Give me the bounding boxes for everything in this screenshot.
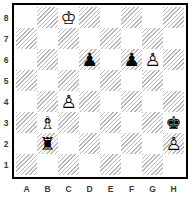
square-b5[interactable] — [37, 70, 58, 91]
square-f8[interactable] — [121, 7, 142, 28]
square-e2[interactable] — [100, 133, 121, 154]
square-c6[interactable] — [58, 49, 79, 70]
square-f4[interactable] — [121, 91, 142, 112]
piece-glyph: ♟ — [121, 49, 142, 70]
square-e6[interactable] — [100, 49, 121, 70]
piece-black-pawn-f6[interactable]: ♟ — [121, 49, 142, 70]
square-h7[interactable] — [163, 28, 184, 49]
file-label-g: G — [142, 182, 163, 196]
piece-black-king-h3[interactable]: ♚ — [163, 112, 184, 133]
square-f7[interactable] — [121, 28, 142, 49]
piece-glyph: ♙ — [163, 133, 184, 154]
piece-glyph: ♚ — [163, 112, 184, 133]
square-b6[interactable] — [37, 49, 58, 70]
file-label-d: D — [79, 182, 100, 196]
square-d2[interactable] — [79, 133, 100, 154]
square-b2[interactable]: ♜ — [37, 133, 58, 154]
square-d8[interactable] — [79, 7, 100, 28]
rank-label-6: 6 — [0, 49, 12, 70]
square-e4[interactable] — [100, 91, 121, 112]
square-e1[interactable] — [100, 154, 121, 175]
piece-glyph: ♔ — [58, 7, 79, 28]
square-a5[interactable] — [16, 70, 37, 91]
piece-white-bishop-b3[interactable]: ♝♗ — [37, 112, 58, 133]
square-d4[interactable] — [79, 91, 100, 112]
square-a2[interactable] — [16, 133, 37, 154]
square-b8[interactable] — [37, 7, 58, 28]
file-label-h: H — [163, 182, 184, 196]
square-c1[interactable] — [58, 154, 79, 175]
square-h3[interactable]: ♚ — [163, 112, 184, 133]
chess-diagram: 87654321 ♚♔♟♟♟♙♟♙♝♗♚♜♟♙ ABCDEFGH — [0, 0, 196, 200]
square-c8[interactable]: ♚♔ — [58, 7, 79, 28]
piece-white-pawn-h2[interactable]: ♟♙ — [163, 133, 184, 154]
rank-label-8: 8 — [0, 7, 12, 28]
piece-white-pawn-g6[interactable]: ♟♙ — [142, 49, 163, 70]
chess-board: ♚♔♟♟♟♙♟♙♝♗♚♜♟♙ — [16, 7, 184, 175]
rank-label-3: 3 — [0, 112, 12, 133]
square-g4[interactable] — [142, 91, 163, 112]
rank-label-1: 1 — [0, 154, 12, 175]
piece-glyph: ♜ — [37, 133, 58, 154]
square-g2[interactable] — [142, 133, 163, 154]
square-e5[interactable] — [100, 70, 121, 91]
square-c7[interactable] — [58, 28, 79, 49]
piece-black-pawn-d6[interactable]: ♟ — [79, 49, 100, 70]
square-g1[interactable] — [142, 154, 163, 175]
square-c2[interactable] — [58, 133, 79, 154]
square-a4[interactable] — [16, 91, 37, 112]
square-f3[interactable] — [121, 112, 142, 133]
file-label-e: E — [100, 182, 121, 196]
square-a8[interactable] — [16, 7, 37, 28]
rank-label-2: 2 — [0, 133, 12, 154]
square-h5[interactable] — [163, 70, 184, 91]
square-g5[interactable] — [142, 70, 163, 91]
piece-glyph: ♙ — [58, 91, 79, 112]
board-frame: ♚♔♟♟♟♙♟♙♝♗♚♜♟♙ — [12, 3, 188, 179]
square-g8[interactable] — [142, 7, 163, 28]
piece-black-rook-b2[interactable]: ♜ — [37, 133, 58, 154]
square-f2[interactable] — [121, 133, 142, 154]
square-f5[interactable] — [121, 70, 142, 91]
square-h2[interactable]: ♟♙ — [163, 133, 184, 154]
square-h1[interactable] — [163, 154, 184, 175]
rank-labels: 87654321 — [0, 7, 12, 175]
square-f1[interactable] — [121, 154, 142, 175]
rank-label-7: 7 — [0, 28, 12, 49]
square-c3[interactable] — [58, 112, 79, 133]
square-a1[interactable] — [16, 154, 37, 175]
square-b4[interactable] — [37, 91, 58, 112]
square-d1[interactable] — [79, 154, 100, 175]
square-h6[interactable] — [163, 49, 184, 70]
square-g7[interactable] — [142, 28, 163, 49]
square-h4[interactable] — [163, 91, 184, 112]
square-g6[interactable]: ♟♙ — [142, 49, 163, 70]
square-h8[interactable] — [163, 7, 184, 28]
piece-glyph: ♟ — [79, 49, 100, 70]
square-b7[interactable] — [37, 28, 58, 49]
square-e8[interactable] — [100, 7, 121, 28]
square-a3[interactable] — [16, 112, 37, 133]
file-label-a: A — [16, 182, 37, 196]
file-labels: ABCDEFGH — [16, 182, 184, 196]
square-e7[interactable] — [100, 28, 121, 49]
square-d6[interactable]: ♟ — [79, 49, 100, 70]
rank-label-5: 5 — [0, 70, 12, 91]
file-label-c: C — [58, 182, 79, 196]
square-d5[interactable] — [79, 70, 100, 91]
square-d3[interactable] — [79, 112, 100, 133]
square-c5[interactable] — [58, 70, 79, 91]
rank-label-4: 4 — [0, 91, 12, 112]
piece-white-pawn-c4[interactable]: ♟♙ — [58, 91, 79, 112]
file-label-b: B — [37, 182, 58, 196]
square-b3[interactable]: ♝♗ — [37, 112, 58, 133]
piece-glyph: ♗ — [37, 112, 58, 133]
square-g3[interactable] — [142, 112, 163, 133]
square-e3[interactable] — [100, 112, 121, 133]
piece-white-king-c8[interactable]: ♚♔ — [58, 7, 79, 28]
square-b1[interactable] — [37, 154, 58, 175]
file-label-f: F — [121, 182, 142, 196]
square-a6[interactable] — [16, 49, 37, 70]
square-f6[interactable]: ♟ — [121, 49, 142, 70]
square-a7[interactable] — [16, 28, 37, 49]
square-c4[interactable]: ♟♙ — [58, 91, 79, 112]
piece-glyph: ♙ — [142, 49, 163, 70]
square-d7[interactable] — [79, 28, 100, 49]
